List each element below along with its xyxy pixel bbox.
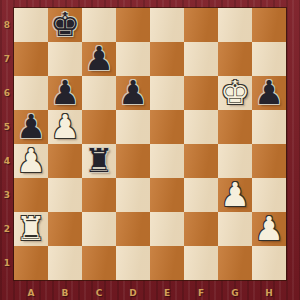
square-b6[interactable]: ♟	[48, 76, 82, 110]
square-d4[interactable]	[116, 144, 150, 178]
piece-white-pawn-h2[interactable]: ♟	[254, 212, 284, 245]
rank-label-6: 6	[0, 76, 14, 110]
file-label-e: E	[150, 286, 184, 300]
square-d3[interactable]	[116, 178, 150, 212]
square-h3[interactable]	[252, 178, 286, 212]
file-label-d: D	[116, 286, 150, 300]
square-e3[interactable]	[150, 178, 184, 212]
piece-black-pawn-d6[interactable]: ♟	[118, 76, 148, 109]
rank-label-2: 2	[0, 212, 14, 246]
square-e6[interactable]	[150, 76, 184, 110]
square-h6[interactable]: ♟	[252, 76, 286, 110]
square-f7[interactable]	[184, 42, 218, 76]
file-label-h: H	[252, 286, 286, 300]
square-f8[interactable]	[184, 8, 218, 42]
square-c2[interactable]	[82, 212, 116, 246]
square-e8[interactable]	[150, 8, 184, 42]
chess-board-frame: ♚♟♟♟♚♟♟♟♟♜♟♜♟ 87654321ABCDEFGH	[0, 0, 300, 300]
square-g5[interactable]	[218, 110, 252, 144]
square-g1[interactable]	[218, 246, 252, 280]
square-a7[interactable]	[14, 42, 48, 76]
piece-black-rook-c4[interactable]: ♜	[84, 144, 114, 177]
piece-black-king-b8[interactable]: ♚	[50, 8, 80, 41]
square-c6[interactable]	[82, 76, 116, 110]
square-d6[interactable]: ♟	[116, 76, 150, 110]
piece-black-pawn-b6[interactable]: ♟	[50, 76, 80, 109]
square-h2[interactable]: ♟	[252, 212, 286, 246]
file-label-f: F	[184, 286, 218, 300]
square-a5[interactable]: ♟	[14, 110, 48, 144]
piece-white-rook-a2[interactable]: ♜	[16, 212, 46, 245]
square-f1[interactable]	[184, 246, 218, 280]
square-d1[interactable]	[116, 246, 150, 280]
file-label-a: A	[14, 286, 48, 300]
square-a3[interactable]	[14, 178, 48, 212]
square-c1[interactable]	[82, 246, 116, 280]
rank-label-5: 5	[0, 110, 14, 144]
square-c4[interactable]: ♜	[82, 144, 116, 178]
file-label-c: C	[82, 286, 116, 300]
square-e2[interactable]	[150, 212, 184, 246]
square-h1[interactable]	[252, 246, 286, 280]
square-b2[interactable]	[48, 212, 82, 246]
square-b8[interactable]: ♚	[48, 8, 82, 42]
rank-label-4: 4	[0, 144, 14, 178]
square-d7[interactable]	[116, 42, 150, 76]
piece-black-pawn-c7[interactable]: ♟	[84, 42, 114, 75]
rank-label-7: 7	[0, 42, 14, 76]
square-g7[interactable]	[218, 42, 252, 76]
piece-black-pawn-h6[interactable]: ♟	[254, 76, 284, 109]
square-a1[interactable]	[14, 246, 48, 280]
square-c3[interactable]	[82, 178, 116, 212]
piece-white-pawn-b5[interactable]: ♟	[50, 110, 80, 143]
square-e5[interactable]	[150, 110, 184, 144]
square-g8[interactable]	[218, 8, 252, 42]
square-g3[interactable]: ♟	[218, 178, 252, 212]
square-h5[interactable]	[252, 110, 286, 144]
square-g4[interactable]	[218, 144, 252, 178]
square-d5[interactable]	[116, 110, 150, 144]
square-h4[interactable]	[252, 144, 286, 178]
piece-white-pawn-g3[interactable]: ♟	[220, 178, 250, 211]
piece-white-king-g6[interactable]: ♚	[220, 76, 250, 109]
square-f6[interactable]	[184, 76, 218, 110]
square-a8[interactable]	[14, 8, 48, 42]
rank-label-3: 3	[0, 178, 14, 212]
square-c7[interactable]: ♟	[82, 42, 116, 76]
square-b5[interactable]: ♟	[48, 110, 82, 144]
square-f4[interactable]	[184, 144, 218, 178]
square-g6[interactable]: ♚	[218, 76, 252, 110]
piece-white-pawn-a4[interactable]: ♟	[16, 144, 46, 177]
square-e7[interactable]	[150, 42, 184, 76]
square-a4[interactable]: ♟	[14, 144, 48, 178]
square-b1[interactable]	[48, 246, 82, 280]
square-g2[interactable]	[218, 212, 252, 246]
chess-board: ♚♟♟♟♚♟♟♟♟♜♟♜♟	[14, 8, 286, 280]
square-c8[interactable]	[82, 8, 116, 42]
square-a2[interactable]: ♜	[14, 212, 48, 246]
square-h7[interactable]	[252, 42, 286, 76]
square-c5[interactable]	[82, 110, 116, 144]
square-d2[interactable]	[116, 212, 150, 246]
square-b4[interactable]	[48, 144, 82, 178]
rank-label-8: 8	[0, 8, 14, 42]
square-b7[interactable]	[48, 42, 82, 76]
square-b3[interactable]	[48, 178, 82, 212]
square-f5[interactable]	[184, 110, 218, 144]
rank-label-1: 1	[0, 246, 14, 280]
square-f2[interactable]	[184, 212, 218, 246]
square-e4[interactable]	[150, 144, 184, 178]
square-e1[interactable]	[150, 246, 184, 280]
square-d8[interactable]	[116, 8, 150, 42]
square-a6[interactable]	[14, 76, 48, 110]
file-label-g: G	[218, 286, 252, 300]
piece-black-pawn-a5[interactable]: ♟	[16, 110, 46, 143]
square-f3[interactable]	[184, 178, 218, 212]
square-h8[interactable]	[252, 8, 286, 42]
file-label-b: B	[48, 286, 82, 300]
